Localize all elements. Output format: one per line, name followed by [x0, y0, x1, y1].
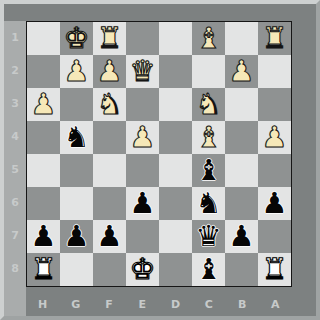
chess-board: ♚♜♝♜♟♟♛♟♟♞♞♞♟♝♟♝♟♞♟♟♟♟♛♟♜♚♝♜: [26, 21, 292, 287]
white-bishop: ♝: [196, 22, 222, 55]
white-pawn: ♟: [262, 121, 288, 154]
square-b7[interactable]: ♟: [225, 220, 258, 253]
square-f5[interactable]: [93, 154, 126, 187]
square-g8[interactable]: [60, 253, 93, 286]
square-a7[interactable]: [258, 220, 291, 253]
square-e1[interactable]: [126, 22, 159, 55]
chess-diagram: 12345678 ♚♜♝♜♟♟♛♟♟♞♞♞♟♝♟♝♟♞♟♟♟♟♛♟♜♚♝♜ HG…: [0, 0, 320, 320]
black-pawn: ♟: [130, 187, 156, 220]
square-g4[interactable]: ♞: [60, 121, 93, 154]
white-knight: ♞: [97, 88, 123, 121]
white-bishop: ♝: [196, 121, 222, 154]
black-king-whitefill: ♚: [130, 253, 156, 286]
square-a6[interactable]: ♟: [258, 187, 291, 220]
black-rook-whitefill: ♜: [31, 253, 57, 286]
square-a4[interactable]: ♟: [258, 121, 291, 154]
rank-label-7: 7: [4, 219, 26, 252]
black-knight: ♞: [196, 187, 222, 220]
square-a8[interactable]: ♜: [258, 253, 291, 286]
square-b2[interactable]: ♟: [225, 55, 258, 88]
black-pawn: ♟: [97, 220, 123, 253]
square-a5[interactable]: [258, 154, 291, 187]
rank-labels: 12345678: [4, 21, 26, 316]
white-king: ♚: [64, 22, 90, 55]
white-pawn: ♟: [97, 55, 123, 88]
square-b1[interactable]: [225, 22, 258, 55]
square-c3[interactable]: ♞: [192, 88, 225, 121]
file-label-g: G: [59, 293, 92, 316]
square-g3[interactable]: [60, 88, 93, 121]
white-pawn: ♟: [229, 55, 255, 88]
square-e7[interactable]: [126, 220, 159, 253]
square-d8[interactable]: [159, 253, 192, 286]
square-e5[interactable]: [126, 154, 159, 187]
black-bishop: ♝: [196, 154, 222, 187]
square-g6[interactable]: [60, 187, 93, 220]
square-e4[interactable]: ♟: [126, 121, 159, 154]
square-f8[interactable]: [93, 253, 126, 286]
square-g1[interactable]: ♚: [60, 22, 93, 55]
square-f7[interactable]: ♟: [93, 220, 126, 253]
square-h6[interactable]: [27, 187, 60, 220]
square-h7[interactable]: ♟: [27, 220, 60, 253]
file-label-b: B: [226, 293, 259, 316]
square-f4[interactable]: [93, 121, 126, 154]
square-e6[interactable]: ♟: [126, 187, 159, 220]
square-d5[interactable]: [159, 154, 192, 187]
black-pawn: ♟: [229, 220, 255, 253]
square-b3[interactable]: [225, 88, 258, 121]
white-rook: ♜: [97, 22, 123, 55]
square-f1[interactable]: ♜: [93, 22, 126, 55]
file-label-e: E: [126, 293, 159, 316]
file-label-c: C: [192, 293, 225, 316]
white-pawn: ♟: [130, 121, 156, 154]
square-c1[interactable]: ♝: [192, 22, 225, 55]
square-h2[interactable]: [27, 55, 60, 88]
rank-label-8: 8: [4, 252, 26, 285]
file-label-a: A: [259, 293, 292, 316]
rank-label-4: 4: [4, 120, 26, 153]
square-c5[interactable]: ♝: [192, 154, 225, 187]
square-d2[interactable]: [159, 55, 192, 88]
square-e2[interactable]: ♛: [126, 55, 159, 88]
square-a1[interactable]: ♜: [258, 22, 291, 55]
white-queen: ♛: [130, 55, 156, 88]
square-b5[interactable]: [225, 154, 258, 187]
rank-label-3: 3: [4, 87, 26, 120]
square-h5[interactable]: [27, 154, 60, 187]
square-g5[interactable]: [60, 154, 93, 187]
file-label-f: F: [93, 293, 126, 316]
square-c6[interactable]: ♞: [192, 187, 225, 220]
square-a3[interactable]: [258, 88, 291, 121]
square-c7[interactable]: ♛: [192, 220, 225, 253]
square-f3[interactable]: ♞: [93, 88, 126, 121]
file-label-h: H: [26, 293, 59, 316]
square-d6[interactable]: [159, 187, 192, 220]
square-g2[interactable]: ♟: [60, 55, 93, 88]
square-h8[interactable]: ♜: [27, 253, 60, 286]
black-bishop: ♝: [196, 253, 222, 286]
rank-label-6: 6: [4, 186, 26, 219]
square-b4[interactable]: [225, 121, 258, 154]
white-rook: ♜: [262, 22, 288, 55]
black-queen: ♛: [196, 220, 222, 253]
black-pawn: ♟: [64, 220, 90, 253]
rank-label-1: 1: [4, 21, 26, 54]
white-pawn: ♟: [64, 55, 90, 88]
square-f6[interactable]: [93, 187, 126, 220]
square-b6[interactable]: [225, 187, 258, 220]
square-c2[interactable]: [192, 55, 225, 88]
square-c8[interactable]: ♝: [192, 253, 225, 286]
square-d3[interactable]: [159, 88, 192, 121]
square-d7[interactable]: [159, 220, 192, 253]
square-g7[interactable]: ♟: [60, 220, 93, 253]
square-h1[interactable]: [27, 22, 60, 55]
square-d1[interactable]: [159, 22, 192, 55]
white-knight: ♞: [196, 88, 222, 121]
square-h3[interactable]: ♟: [27, 88, 60, 121]
rank-label-5: 5: [4, 153, 26, 186]
square-e3[interactable]: [126, 88, 159, 121]
black-pawn: ♟: [262, 187, 288, 220]
square-b8[interactable]: [225, 253, 258, 286]
square-d4[interactable]: [159, 121, 192, 154]
rank-label-2: 2: [4, 54, 26, 87]
white-pawn: ♟: [31, 88, 57, 121]
file-label-d: D: [159, 293, 192, 316]
black-rook-whitefill: ♜: [262, 253, 288, 286]
square-f2[interactable]: ♟: [93, 55, 126, 88]
square-c4[interactable]: ♝: [192, 121, 225, 154]
black-knight: ♞: [64, 121, 90, 154]
file-labels: HGFEDCBA: [26, 293, 292, 316]
square-e8[interactable]: ♚: [126, 253, 159, 286]
square-h4[interactable]: [27, 121, 60, 154]
square-a2[interactable]: [258, 55, 291, 88]
black-pawn: ♟: [31, 220, 57, 253]
